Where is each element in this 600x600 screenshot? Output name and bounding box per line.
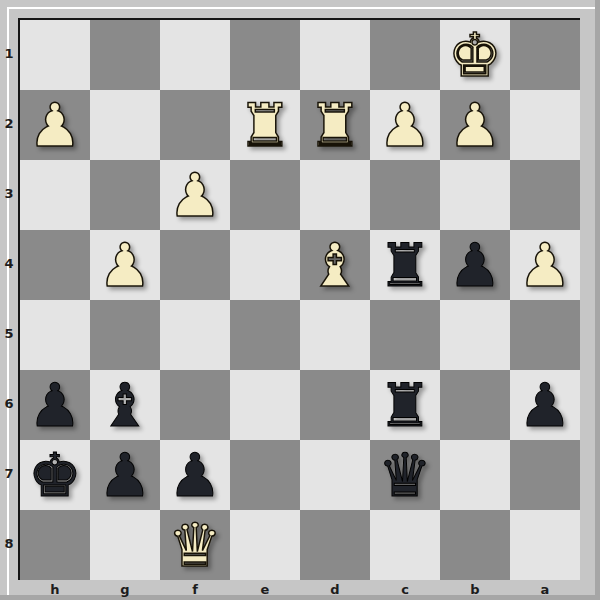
window-frame: 12345678 hgfedcba ♚♟♜♜♟♟♟♟♝♜♟♟♟♝♜♟♚♟♟♛♛ bbox=[0, 0, 600, 600]
square-g3[interactable] bbox=[90, 160, 160, 230]
square-g5[interactable] bbox=[90, 300, 160, 370]
square-b7[interactable] bbox=[440, 440, 510, 510]
square-h2[interactable]: ♟ bbox=[20, 90, 90, 160]
black-pawn[interactable]: ♟ bbox=[510, 370, 580, 440]
black-pawn[interactable]: ♟ bbox=[160, 440, 230, 510]
square-f2[interactable] bbox=[160, 90, 230, 160]
square-c8[interactable] bbox=[370, 510, 440, 580]
file-label: h bbox=[20, 582, 90, 598]
square-e6[interactable] bbox=[230, 370, 300, 440]
square-b5[interactable] bbox=[440, 300, 510, 370]
square-f1[interactable] bbox=[160, 20, 230, 90]
square-e2[interactable]: ♜ bbox=[230, 90, 300, 160]
square-c2[interactable]: ♟ bbox=[370, 90, 440, 160]
square-b3[interactable] bbox=[440, 160, 510, 230]
square-h6[interactable]: ♟ bbox=[20, 370, 90, 440]
white-bishop[interactable]: ♝ bbox=[300, 230, 370, 300]
rank-label: 1 bbox=[0, 47, 18, 61]
white-pawn[interactable]: ♟ bbox=[90, 230, 160, 300]
square-a4[interactable]: ♟ bbox=[510, 230, 580, 300]
square-g6[interactable]: ♝ bbox=[90, 370, 160, 440]
file-label: g bbox=[90, 582, 160, 598]
square-g2[interactable] bbox=[90, 90, 160, 160]
white-king[interactable]: ♚ bbox=[440, 20, 510, 90]
square-h1[interactable] bbox=[20, 20, 90, 90]
rank-label: 2 bbox=[0, 117, 18, 131]
square-d5[interactable] bbox=[300, 300, 370, 370]
square-e7[interactable] bbox=[230, 440, 300, 510]
square-d3[interactable] bbox=[300, 160, 370, 230]
rank-label: 3 bbox=[0, 187, 18, 201]
square-c6[interactable]: ♜ bbox=[370, 370, 440, 440]
white-pawn[interactable]: ♟ bbox=[20, 90, 90, 160]
square-b8[interactable] bbox=[440, 510, 510, 580]
square-a3[interactable] bbox=[510, 160, 580, 230]
square-h5[interactable] bbox=[20, 300, 90, 370]
square-c3[interactable] bbox=[370, 160, 440, 230]
file-label: d bbox=[300, 582, 370, 598]
white-rook[interactable]: ♜ bbox=[230, 90, 300, 160]
square-f8[interactable]: ♛ bbox=[160, 510, 230, 580]
square-g7[interactable]: ♟ bbox=[90, 440, 160, 510]
white-pawn[interactable]: ♟ bbox=[160, 160, 230, 230]
square-d2[interactable]: ♜ bbox=[300, 90, 370, 160]
square-d7[interactable] bbox=[300, 440, 370, 510]
square-b1[interactable]: ♚ bbox=[440, 20, 510, 90]
rank-label: 4 bbox=[0, 257, 18, 271]
square-c5[interactable] bbox=[370, 300, 440, 370]
square-e1[interactable] bbox=[230, 20, 300, 90]
square-a5[interactable] bbox=[510, 300, 580, 370]
rank-label: 5 bbox=[0, 327, 18, 341]
square-g1[interactable] bbox=[90, 20, 160, 90]
square-b6[interactable] bbox=[440, 370, 510, 440]
file-label: f bbox=[160, 582, 230, 598]
file-label: a bbox=[510, 582, 580, 598]
black-king[interactable]: ♚ bbox=[20, 440, 90, 510]
square-e4[interactable] bbox=[230, 230, 300, 300]
square-g8[interactable] bbox=[90, 510, 160, 580]
square-c7[interactable]: ♛ bbox=[370, 440, 440, 510]
square-e3[interactable] bbox=[230, 160, 300, 230]
black-rook[interactable]: ♜ bbox=[370, 370, 440, 440]
chess-board: ♚♟♜♜♟♟♟♟♝♜♟♟♟♝♜♟♚♟♟♛♛ bbox=[18, 18, 580, 580]
square-f4[interactable] bbox=[160, 230, 230, 300]
square-h7[interactable]: ♚ bbox=[20, 440, 90, 510]
square-h3[interactable] bbox=[20, 160, 90, 230]
white-rook[interactable]: ♜ bbox=[300, 90, 370, 160]
square-f6[interactable] bbox=[160, 370, 230, 440]
square-c1[interactable] bbox=[370, 20, 440, 90]
square-a6[interactable]: ♟ bbox=[510, 370, 580, 440]
black-rook[interactable]: ♜ bbox=[370, 230, 440, 300]
file-label: c bbox=[370, 582, 440, 598]
black-bishop[interactable]: ♝ bbox=[90, 370, 160, 440]
rank-label: 6 bbox=[0, 397, 18, 411]
rank-label: 8 bbox=[0, 537, 18, 551]
black-pawn[interactable]: ♟ bbox=[440, 230, 510, 300]
square-a8[interactable] bbox=[510, 510, 580, 580]
square-a2[interactable] bbox=[510, 90, 580, 160]
square-a7[interactable] bbox=[510, 440, 580, 510]
white-pawn[interactable]: ♟ bbox=[370, 90, 440, 160]
frame-shadow-right bbox=[595, 0, 600, 600]
square-h4[interactable] bbox=[20, 230, 90, 300]
square-b4[interactable]: ♟ bbox=[440, 230, 510, 300]
square-d8[interactable] bbox=[300, 510, 370, 580]
square-d6[interactable] bbox=[300, 370, 370, 440]
square-h8[interactable] bbox=[20, 510, 90, 580]
square-e5[interactable] bbox=[230, 300, 300, 370]
black-pawn[interactable]: ♟ bbox=[90, 440, 160, 510]
white-queen[interactable]: ♛ bbox=[160, 510, 230, 580]
square-g4[interactable]: ♟ bbox=[90, 230, 160, 300]
square-d1[interactable] bbox=[300, 20, 370, 90]
square-f7[interactable]: ♟ bbox=[160, 440, 230, 510]
square-f3[interactable]: ♟ bbox=[160, 160, 230, 230]
file-label: e bbox=[230, 582, 300, 598]
square-b2[interactable]: ♟ bbox=[440, 90, 510, 160]
rank-label: 7 bbox=[0, 467, 18, 481]
square-e8[interactable] bbox=[230, 510, 300, 580]
file-label: b bbox=[440, 582, 510, 598]
white-pawn[interactable]: ♟ bbox=[440, 90, 510, 160]
white-pawn[interactable]: ♟ bbox=[510, 230, 580, 300]
square-a1[interactable] bbox=[510, 20, 580, 90]
black-pawn[interactable]: ♟ bbox=[20, 370, 90, 440]
black-queen[interactable]: ♛ bbox=[370, 440, 440, 510]
square-c4[interactable]: ♜ bbox=[370, 230, 440, 300]
square-f5[interactable] bbox=[160, 300, 230, 370]
square-d4[interactable]: ♝ bbox=[300, 230, 370, 300]
